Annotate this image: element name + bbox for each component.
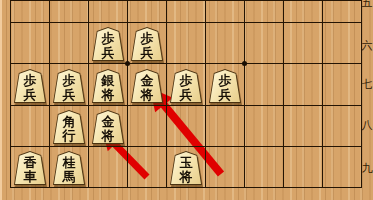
grid-line-vertical [322,0,323,188]
move-arrow-shaft [113,143,147,177]
grid-line-vertical [10,0,11,188]
piece-kanji: 歩兵 [209,74,241,101]
grid-line-horizontal [10,146,362,147]
shogi-piece-pawn-6六[interactable]: 歩兵 [131,27,163,61]
star-point [242,61,247,66]
piece-kanji: 玉将 [170,156,202,183]
grid-line-horizontal [10,0,362,1]
shogi-piece-gold-7八[interactable]: 金将 [92,110,124,144]
shogi-board: 五六七八九歩兵歩兵歩兵歩兵銀将金将歩兵歩兵角行金将香車桂馬玉将 [0,0,373,200]
piece-kanji: 歩兵 [14,74,46,101]
piece-kanji: 角行 [53,115,85,142]
grid-line-vertical [88,0,89,188]
shogi-piece-pawn-4七[interactable]: 歩兵 [209,69,241,103]
star-point [125,61,130,66]
grid-line-horizontal [10,22,362,23]
piece-kanji: 桂馬 [53,156,85,183]
grid-line-horizontal [10,63,362,64]
rank-label: 六 [361,39,373,52]
shogi-piece-gold-6七[interactable]: 金将 [131,69,163,103]
piece-kanji: 金将 [131,74,163,101]
grid-line-vertical [166,0,167,188]
rank-label: 九 [361,162,373,175]
shogi-piece-lance-9九[interactable]: 香車 [14,151,46,185]
rank-label: 八 [361,119,373,132]
shogi-piece-pawn-7六[interactable]: 歩兵 [92,27,124,61]
grid-line-vertical [205,0,206,188]
piece-kanji: 香車 [14,156,46,183]
shogi-piece-pawn-8七[interactable]: 歩兵 [53,69,85,103]
piece-kanji: 歩兵 [53,74,85,101]
grid-line-horizontal [10,187,362,188]
grid-line-vertical [127,0,128,188]
shogi-piece-knight-8九[interactable]: 桂馬 [53,151,85,185]
grid-line-vertical [283,0,284,188]
board-edge-highlight [0,0,2,200]
piece-kanji: 歩兵 [131,32,163,59]
shogi-piece-king-5九[interactable]: 玉将 [170,151,202,185]
grid-line-vertical [361,0,362,188]
grid-line-vertical [49,0,50,188]
grid-line-horizontal [10,105,362,106]
shogi-piece-bishop-8八[interactable]: 角行 [53,110,85,144]
piece-kanji: 歩兵 [170,74,202,101]
shogi-piece-silver-7七[interactable]: 銀将 [92,69,124,103]
piece-kanji: 金将 [92,115,124,142]
piece-kanji: 銀将 [92,74,124,101]
rank-label: 七 [361,78,373,91]
shogi-piece-pawn-5七[interactable]: 歩兵 [170,69,202,103]
shogi-piece-pawn-9七[interactable]: 歩兵 [14,69,46,103]
grid-line-vertical [244,0,245,188]
rank-label: 五 [361,0,373,9]
piece-kanji: 歩兵 [92,32,124,59]
